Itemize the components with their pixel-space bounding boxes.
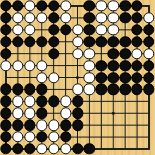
star-point [112,112,115,115]
star-point [76,76,79,79]
go-board [0,0,155,155]
